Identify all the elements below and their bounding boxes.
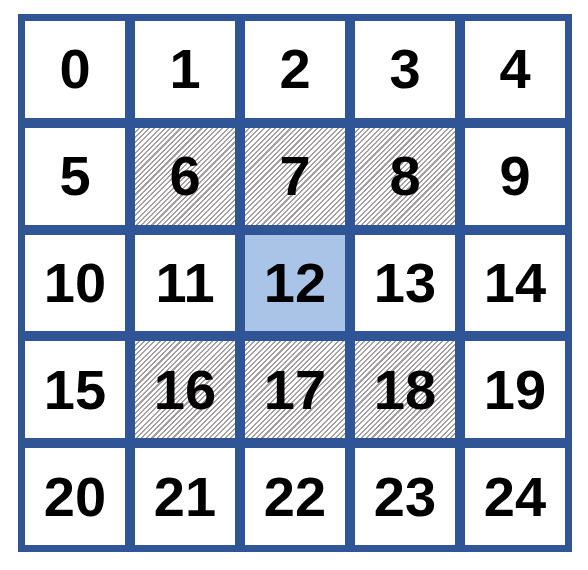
grid-cell-2: 2 — [245, 21, 345, 118]
grid-cell-13: 13 — [355, 235, 455, 332]
grid-cell-10: 10 — [25, 235, 125, 332]
grid-cell-21: 21 — [135, 448, 235, 545]
grid-cell-0: 0 — [25, 21, 125, 118]
grid-cell-22: 22 — [245, 448, 345, 545]
grid-cell-5: 5 — [25, 128, 125, 225]
grid-cell-16: 16 — [135, 341, 235, 438]
grid-cell-6: 6 — [135, 128, 235, 225]
grid-cell-19: 19 — [465, 341, 565, 438]
grid-cell-1: 1 — [135, 21, 235, 118]
grid-cell-3: 3 — [355, 21, 455, 118]
grid-cell-20: 20 — [25, 448, 125, 545]
grid-cell-14: 14 — [465, 235, 565, 332]
grid-cell-11: 11 — [135, 235, 235, 332]
grid-cell-18: 18 — [355, 341, 455, 438]
grid-cell-8: 8 — [355, 128, 455, 225]
grid-cell-9: 9 — [465, 128, 565, 225]
number-grid-board: 0 1 2 3 4 5 6 7 8 9 10 11 12 13 14 15 16… — [18, 14, 572, 552]
grid-cell-23: 23 — [355, 448, 455, 545]
grid-cell-12: 12 — [245, 235, 345, 332]
grid-cell-24: 24 — [465, 448, 565, 545]
grid-cell-7: 7 — [245, 128, 345, 225]
grid-cell-15: 15 — [25, 341, 125, 438]
grid-cell-17: 17 — [245, 341, 345, 438]
grid-cell-4: 4 — [465, 21, 565, 118]
